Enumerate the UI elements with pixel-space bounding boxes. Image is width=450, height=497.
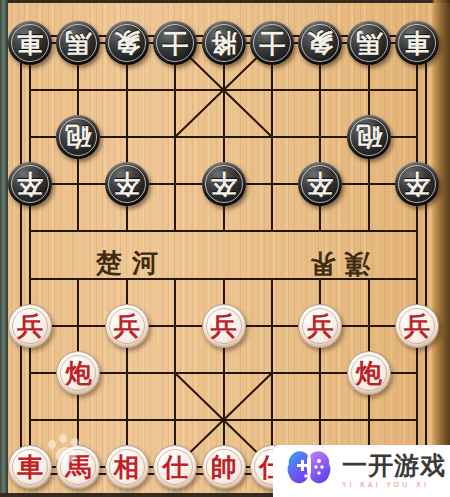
piece-glyph: 馬 xyxy=(65,30,91,56)
piece-glyph: 砲 xyxy=(356,124,382,150)
piece-red-general[interactable]: 帥 xyxy=(202,445,246,489)
piece-black-elephant[interactable]: 象 xyxy=(298,21,342,65)
piece-black-cannon[interactable]: 砲 xyxy=(347,115,391,159)
piece-red-chariot[interactable]: 車 xyxy=(8,445,52,489)
piece-black-soldier[interactable]: 卒 xyxy=(202,162,246,206)
piece-black-elephant[interactable]: 象 xyxy=(105,21,149,65)
piece-glyph: 馬 xyxy=(356,30,382,56)
piece-glyph: 兵 xyxy=(114,313,140,339)
piece-red-horse[interactable]: 馬 xyxy=(56,445,100,489)
piece-red-elephant[interactable]: 相 xyxy=(105,445,149,489)
piece-red-soldier[interactable]: 兵 xyxy=(298,304,342,348)
brand-texts: 一开游戏 YI KAI YOU XI xyxy=(342,453,446,489)
piece-glyph: 砲 xyxy=(65,124,91,150)
piece-red-cannon[interactable]: 炮 xyxy=(347,351,391,395)
piece-glyph: 象 xyxy=(307,30,333,56)
piece-red-soldier[interactable]: 兵 xyxy=(202,304,246,348)
piece-black-soldier[interactable]: 卒 xyxy=(395,162,439,206)
piece-glyph: 相 xyxy=(114,454,140,480)
piece-glyph: 卒 xyxy=(307,171,333,197)
piece-glyph: 兵 xyxy=(404,313,430,339)
piece-glyph: 車 xyxy=(17,454,43,480)
piece-black-advisor[interactable]: 士 xyxy=(153,21,197,65)
piece-glyph: 帥 xyxy=(211,454,237,480)
piece-glyph: 車 xyxy=(17,30,43,56)
piece-glyph: 炮 xyxy=(356,360,382,386)
brand-name: 一开游戏 xyxy=(342,453,446,478)
piece-glyph: 仕 xyxy=(162,454,188,480)
piece-glyph: 士 xyxy=(162,30,188,56)
piece-black-horse[interactable]: 馬 xyxy=(56,21,100,65)
brand-subtitle: YI KAI YOU XI xyxy=(342,481,446,489)
piece-glyph: 將 xyxy=(211,30,237,56)
piece-red-soldier[interactable]: 兵 xyxy=(395,304,439,348)
piece-glyph: 卒 xyxy=(211,171,237,197)
piece-black-chariot[interactable]: 車 xyxy=(8,21,52,65)
piece-glyph: 兵 xyxy=(211,313,237,339)
piece-glyph: 卒 xyxy=(404,171,430,197)
piece-glyph: 士 xyxy=(259,30,285,56)
brand-watermark: 一开游戏 YI KAI YOU XI xyxy=(273,445,450,497)
brand-logo-gamepad-brain-icon xyxy=(286,450,332,492)
piece-red-soldier[interactable]: 兵 xyxy=(105,304,149,348)
piece-red-soldier[interactable]: 兵 xyxy=(8,304,52,348)
piece-black-cannon[interactable]: 砲 xyxy=(56,115,100,159)
xiangqi-app-screen: 楚河 漢界 車馬象士將士象馬車砲砲卒卒卒卒卒兵兵兵兵兵炮炮車馬相仕帥仕相馬車 xyxy=(0,0,450,497)
piece-glyph: 象 xyxy=(114,30,140,56)
table-edge-top xyxy=(0,0,450,3)
piece-red-advisor[interactable]: 仕 xyxy=(153,445,197,489)
piece-glyph: 兵 xyxy=(307,313,333,339)
piece-black-soldier[interactable]: 卒 xyxy=(8,162,52,206)
piece-glyph: 卒 xyxy=(114,171,140,197)
piece-black-chariot[interactable]: 車 xyxy=(395,21,439,65)
piece-glyph: 兵 xyxy=(17,313,43,339)
piece-black-soldier[interactable]: 卒 xyxy=(105,162,149,206)
piece-glyph: 車 xyxy=(404,30,430,56)
piece-red-cannon[interactable]: 炮 xyxy=(56,351,100,395)
piece-black-general[interactable]: 將 xyxy=(202,21,246,65)
piece-black-horse[interactable]: 馬 xyxy=(347,21,391,65)
piece-black-soldier[interactable]: 卒 xyxy=(298,162,342,206)
piece-glyph: 馬 xyxy=(65,454,91,480)
piece-glyph: 炮 xyxy=(65,360,91,386)
piece-layer: 車馬象士將士象馬車砲砲卒卒卒卒卒兵兵兵兵兵炮炮車馬相仕帥仕相馬車 xyxy=(6,19,442,490)
piece-glyph: 卒 xyxy=(17,171,43,197)
piece-black-advisor[interactable]: 士 xyxy=(250,21,294,65)
